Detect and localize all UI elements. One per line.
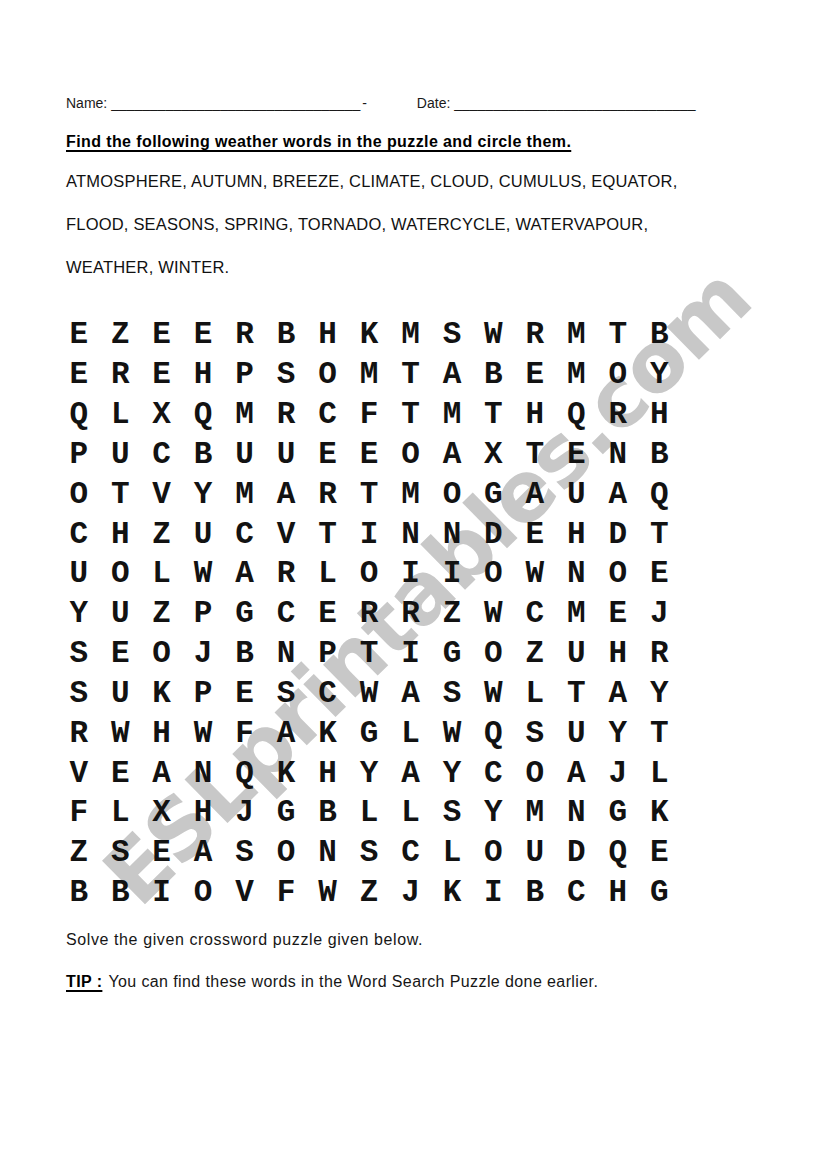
grid-cell: E xyxy=(597,594,638,634)
grid-cell: P xyxy=(182,673,223,713)
grid-cell: E xyxy=(307,434,348,474)
grid-cell: N xyxy=(556,793,597,833)
grid-cell: M xyxy=(224,474,265,514)
grid-cell: Y xyxy=(348,753,389,793)
grid-cell: A xyxy=(141,753,182,793)
grid-cell: M xyxy=(431,395,472,435)
grid-cell: H xyxy=(141,713,182,753)
word-list-line: FLOOD, SEASONS, SPRING, TORNADO, WATERCY… xyxy=(66,215,786,258)
grid-cell: B xyxy=(265,315,306,355)
grid-cell: A xyxy=(431,434,472,474)
grid-cell: W xyxy=(431,713,472,753)
grid-cell: W xyxy=(514,554,555,594)
grid-cell: Y xyxy=(182,474,223,514)
grid-cell: U xyxy=(265,434,306,474)
tip-label: TIP : xyxy=(66,973,102,990)
grid-cell: D xyxy=(473,514,514,554)
grid-cell: U xyxy=(514,833,555,873)
grid-cell: W xyxy=(99,713,140,753)
grid-cell: K xyxy=(431,873,472,913)
grid-cell: L xyxy=(514,673,555,713)
grid-cell: H xyxy=(307,315,348,355)
grid-cell: V xyxy=(265,514,306,554)
grid-cell: M xyxy=(556,594,597,634)
grid-cell: L xyxy=(431,833,472,873)
grid-cell: E xyxy=(141,315,182,355)
grid-cell: R xyxy=(224,315,265,355)
grid-cell: R xyxy=(597,395,638,435)
grid-cell: H xyxy=(99,514,140,554)
grid-cell: Z xyxy=(141,594,182,634)
grid-cell: R xyxy=(307,474,348,514)
grid-cell: G xyxy=(639,873,680,913)
grid-cell: W xyxy=(182,713,223,753)
grid-cell: E xyxy=(348,434,389,474)
grid-cell: T xyxy=(473,395,514,435)
grid-cell: Q xyxy=(639,474,680,514)
instruction-heading: Find the following weather words in the … xyxy=(66,133,571,151)
grid-cell: H xyxy=(182,355,223,395)
grid-cell: S xyxy=(265,355,306,395)
grid-cell: L xyxy=(141,554,182,594)
grid-cell: B xyxy=(514,873,555,913)
grid-cell: M xyxy=(390,474,431,514)
grid-cell: E xyxy=(514,514,555,554)
grid-cell: H xyxy=(182,793,223,833)
grid-cell: O xyxy=(58,474,99,514)
grid-cell: U xyxy=(556,713,597,753)
grid-cell: N xyxy=(390,514,431,554)
name-blank-line: ________________________________ xyxy=(111,95,360,111)
grid-cell: G xyxy=(265,793,306,833)
grid-cell: Q xyxy=(58,395,99,435)
grid-cell: O xyxy=(182,873,223,913)
grid-cell: L xyxy=(348,793,389,833)
grid-cell: T xyxy=(514,434,555,474)
grid-cell: O xyxy=(473,554,514,594)
grid-cell: N xyxy=(431,514,472,554)
grid-cell: L xyxy=(390,793,431,833)
grid-cell: A xyxy=(265,474,306,514)
name-label: Name: xyxy=(66,95,107,111)
grid-cell: O xyxy=(265,833,306,873)
grid-cell: A xyxy=(265,713,306,753)
grid-cell: I xyxy=(431,554,472,594)
grid-cell: Y xyxy=(58,594,99,634)
grid-cell: O xyxy=(307,355,348,395)
grid-cell: X xyxy=(473,434,514,474)
grid-cell: B xyxy=(639,434,680,474)
grid-cell: L xyxy=(390,713,431,753)
grid-cell: Z xyxy=(348,873,389,913)
grid-cell: H xyxy=(514,395,555,435)
grid-cell: U xyxy=(58,554,99,594)
word-list-line: ATMOSPHERE, AUTUMN, BREEZE, CLIMATE, CLO… xyxy=(66,172,786,215)
grid-cell: A xyxy=(597,474,638,514)
grid-cell: B xyxy=(639,315,680,355)
grid-cell: M xyxy=(390,315,431,355)
grid-cell: M xyxy=(556,315,597,355)
grid-cell: S xyxy=(348,833,389,873)
grid-cell: L xyxy=(99,395,140,435)
grid-cell: N xyxy=(597,434,638,474)
grid-cell: O xyxy=(348,554,389,594)
grid-cell: B xyxy=(473,355,514,395)
grid-cell: C xyxy=(307,673,348,713)
grid-cell: Q xyxy=(182,395,223,435)
grid-cell: Y xyxy=(639,355,680,395)
grid-cell: R xyxy=(348,594,389,634)
grid-cell: C xyxy=(265,594,306,634)
grid-cell: E xyxy=(182,315,223,355)
grid-cell: Q xyxy=(224,753,265,793)
grid-cell: B xyxy=(58,873,99,913)
grid-cell: V xyxy=(58,753,99,793)
grid-cell: N xyxy=(182,753,223,793)
grid-cell: S xyxy=(58,673,99,713)
grid-cell: W xyxy=(473,673,514,713)
grid-cell: R xyxy=(390,594,431,634)
grid-cell: C xyxy=(224,514,265,554)
grid-cell: I xyxy=(348,514,389,554)
grid-cell: P xyxy=(307,634,348,674)
grid-cell: F xyxy=(265,873,306,913)
grid-cell: X xyxy=(141,793,182,833)
grid-cell: T xyxy=(348,634,389,674)
grid-cell: L xyxy=(639,753,680,793)
grid-cell: E xyxy=(141,833,182,873)
grid-cell: E xyxy=(639,833,680,873)
grid-cell: G xyxy=(473,474,514,514)
grid-cell: J xyxy=(597,753,638,793)
grid-cell: O xyxy=(473,833,514,873)
grid-cell: N xyxy=(307,833,348,873)
grid-cell: Y xyxy=(473,793,514,833)
grid-cell: U xyxy=(99,594,140,634)
grid-cell: Y xyxy=(639,673,680,713)
grid-cell: Z xyxy=(431,594,472,634)
grid-cell: F xyxy=(58,793,99,833)
name-date-separator: - xyxy=(362,95,367,111)
grid-cell: P xyxy=(58,434,99,474)
grid-cell: I xyxy=(141,873,182,913)
grid-cell: G xyxy=(348,713,389,753)
grid-cell: A xyxy=(431,355,472,395)
grid-cell: Z xyxy=(99,315,140,355)
grid-cell: A xyxy=(182,833,223,873)
grid-cell: T xyxy=(307,514,348,554)
grid-cell: C xyxy=(514,594,555,634)
grid-cell: T xyxy=(390,395,431,435)
grid-cell: U xyxy=(224,434,265,474)
grid-cell: W xyxy=(473,594,514,634)
grid-cell: R xyxy=(58,713,99,753)
grid-cell: E xyxy=(514,355,555,395)
grid-cell: T xyxy=(390,355,431,395)
grid-cell: C xyxy=(307,395,348,435)
grid-cell: P xyxy=(224,355,265,395)
grid-cell: M xyxy=(348,355,389,395)
grid-cell: T xyxy=(639,514,680,554)
grid-cell: B xyxy=(99,873,140,913)
grid-cell: E xyxy=(307,594,348,634)
worksheet-page: ESLprintables.com Name: ________________… xyxy=(0,0,821,1169)
grid-cell: O xyxy=(431,474,472,514)
grid-cell: U xyxy=(556,474,597,514)
grid-cell: O xyxy=(597,554,638,594)
grid-cell: H xyxy=(556,514,597,554)
grid-cell: E xyxy=(58,355,99,395)
grid-cell: E xyxy=(224,673,265,713)
grid-cell: E xyxy=(99,634,140,674)
grid-cell: I xyxy=(390,634,431,674)
grid-cell: I xyxy=(473,873,514,913)
grid-cell: S xyxy=(431,793,472,833)
grid-cell: T xyxy=(556,673,597,713)
word-search-grid: EZEERBHKMSWRMTBEREHPSOMTABEMOYQLXQMRCFTM… xyxy=(58,315,680,912)
grid-cell: S xyxy=(431,315,472,355)
grid-cell: T xyxy=(99,474,140,514)
grid-cell: C xyxy=(473,753,514,793)
grid-cell: U xyxy=(99,434,140,474)
grid-cell: A xyxy=(224,554,265,594)
grid-cell: W xyxy=(182,554,223,594)
grid-cell: G xyxy=(597,793,638,833)
grid-cell: B xyxy=(224,634,265,674)
grid-cell: K xyxy=(348,315,389,355)
grid-cell: A xyxy=(556,753,597,793)
footer-instruction: Solve the given crossword puzzle given b… xyxy=(66,931,423,949)
grid-cell: R xyxy=(265,554,306,594)
grid-cell: E xyxy=(639,554,680,594)
grid-cell: S xyxy=(431,673,472,713)
grid-cell: A xyxy=(390,753,431,793)
grid-cell: D xyxy=(556,833,597,873)
grid-cell: K xyxy=(141,673,182,713)
grid-cell: M xyxy=(556,355,597,395)
grid-cell: S xyxy=(224,833,265,873)
grid-cell: O xyxy=(141,634,182,674)
date-blank-line: _______________________________ xyxy=(454,95,695,111)
grid-cell: J xyxy=(224,793,265,833)
grid-cell: C xyxy=(58,514,99,554)
grid-cell: Y xyxy=(597,713,638,753)
grid-cell: W xyxy=(348,673,389,713)
grid-cell: T xyxy=(348,474,389,514)
grid-cell: S xyxy=(58,634,99,674)
grid-cell: Q xyxy=(556,395,597,435)
grid-cell: P xyxy=(182,594,223,634)
grid-cell: O xyxy=(514,753,555,793)
grid-cell: L xyxy=(307,554,348,594)
name-date-row: Name: ________________________________- … xyxy=(66,95,766,111)
grid-cell: O xyxy=(473,634,514,674)
grid-cell: X xyxy=(141,395,182,435)
grid-cell: H xyxy=(597,873,638,913)
grid-cell: C xyxy=(556,873,597,913)
grid-cell: K xyxy=(639,793,680,833)
grid-cell: Z xyxy=(58,833,99,873)
grid-cell: R xyxy=(99,355,140,395)
grid-cell: L xyxy=(99,793,140,833)
grid-cell: K xyxy=(265,753,306,793)
grid-cell: Y xyxy=(431,753,472,793)
word-list-line: WEATHER, WINTER. xyxy=(66,258,786,301)
grid-cell: B xyxy=(182,434,223,474)
grid-cell: M xyxy=(224,395,265,435)
grid-cell: U xyxy=(556,634,597,674)
grid-cell: H xyxy=(639,395,680,435)
grid-cell: R xyxy=(639,634,680,674)
grid-cell: O xyxy=(99,554,140,594)
tip-text: You can find these words in the Word Sea… xyxy=(108,973,598,990)
footer-tip: TIP :You can find these words in the Wor… xyxy=(66,973,598,991)
grid-cell: W xyxy=(307,873,348,913)
grid-cell: H xyxy=(307,753,348,793)
grid-cell: J xyxy=(390,873,431,913)
grid-cell: N xyxy=(556,554,597,594)
grid-cell: O xyxy=(390,434,431,474)
grid-cell: Z xyxy=(514,634,555,674)
grid-cell: F xyxy=(348,395,389,435)
grid-cell: K xyxy=(307,713,348,753)
grid-cell: N xyxy=(265,634,306,674)
grid-cell: Z xyxy=(141,514,182,554)
grid-cell: W xyxy=(473,315,514,355)
grid-cell: E xyxy=(556,434,597,474)
date-label: Date: xyxy=(417,95,450,111)
grid-cell: E xyxy=(58,315,99,355)
grid-cell: T xyxy=(597,315,638,355)
grid-cell: F xyxy=(224,713,265,753)
grid-cell: A xyxy=(597,673,638,713)
grid-cell: C xyxy=(390,833,431,873)
grid-cell: Q xyxy=(473,713,514,753)
grid-cell: G xyxy=(431,634,472,674)
grid-cell: A xyxy=(390,673,431,713)
grid-cell: E xyxy=(141,355,182,395)
grid-cell: J xyxy=(182,634,223,674)
grid-cell: O xyxy=(597,355,638,395)
grid-cell: H xyxy=(597,634,638,674)
grid-cell: J xyxy=(639,594,680,634)
grid-cell: S xyxy=(265,673,306,713)
grid-cell: D xyxy=(597,514,638,554)
grid-cell: U xyxy=(99,673,140,713)
grid-cell: B xyxy=(307,793,348,833)
grid-cell: U xyxy=(182,514,223,554)
grid-cell: V xyxy=(224,873,265,913)
grid-cell: T xyxy=(639,713,680,753)
grid-cell: C xyxy=(141,434,182,474)
grid-cell: S xyxy=(514,713,555,753)
grid-cell: R xyxy=(514,315,555,355)
word-list: ATMOSPHERE, AUTUMN, BREEZE, CLIMATE, CLO… xyxy=(66,172,786,301)
grid-cell: R xyxy=(265,395,306,435)
grid-cell: E xyxy=(99,753,140,793)
grid-cell: A xyxy=(514,474,555,514)
grid-cell: S xyxy=(99,833,140,873)
grid-cell: I xyxy=(390,554,431,594)
grid-cell: G xyxy=(224,594,265,634)
grid-cell: V xyxy=(141,474,182,514)
grid-cell: M xyxy=(514,793,555,833)
grid-cell: Q xyxy=(597,833,638,873)
